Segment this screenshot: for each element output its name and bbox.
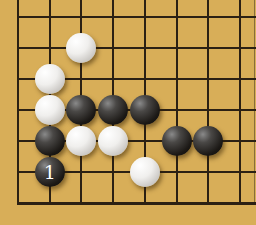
- grid-line-vertical-cropped: [254, 0, 256, 204]
- grid-line-vertical: [207, 0, 209, 204]
- white-stone: [130, 157, 160, 187]
- grid-line-horizontal: [17, 47, 256, 49]
- grid-line-vertical: [239, 0, 241, 204]
- white-stone: [35, 64, 65, 94]
- black-stone: [130, 95, 160, 125]
- black-stone: [35, 126, 65, 156]
- board-left-edge-line: [17, 0, 19, 204]
- white-stone: [66, 126, 96, 156]
- black-stone: [162, 126, 192, 156]
- white-stone: [66, 33, 96, 63]
- black-stone: [66, 95, 96, 125]
- move-number-label: 1: [35, 157, 65, 187]
- board-bottom-edge-line: [17, 202, 256, 205]
- go-board[interactable]: 1: [0, 0, 256, 225]
- grid-line-vertical: [176, 0, 178, 204]
- white-stone: [98, 126, 128, 156]
- black-stone: [193, 126, 223, 156]
- grid-line-horizontal: [17, 16, 256, 18]
- black-stone: [98, 95, 128, 125]
- white-stone: [35, 95, 65, 125]
